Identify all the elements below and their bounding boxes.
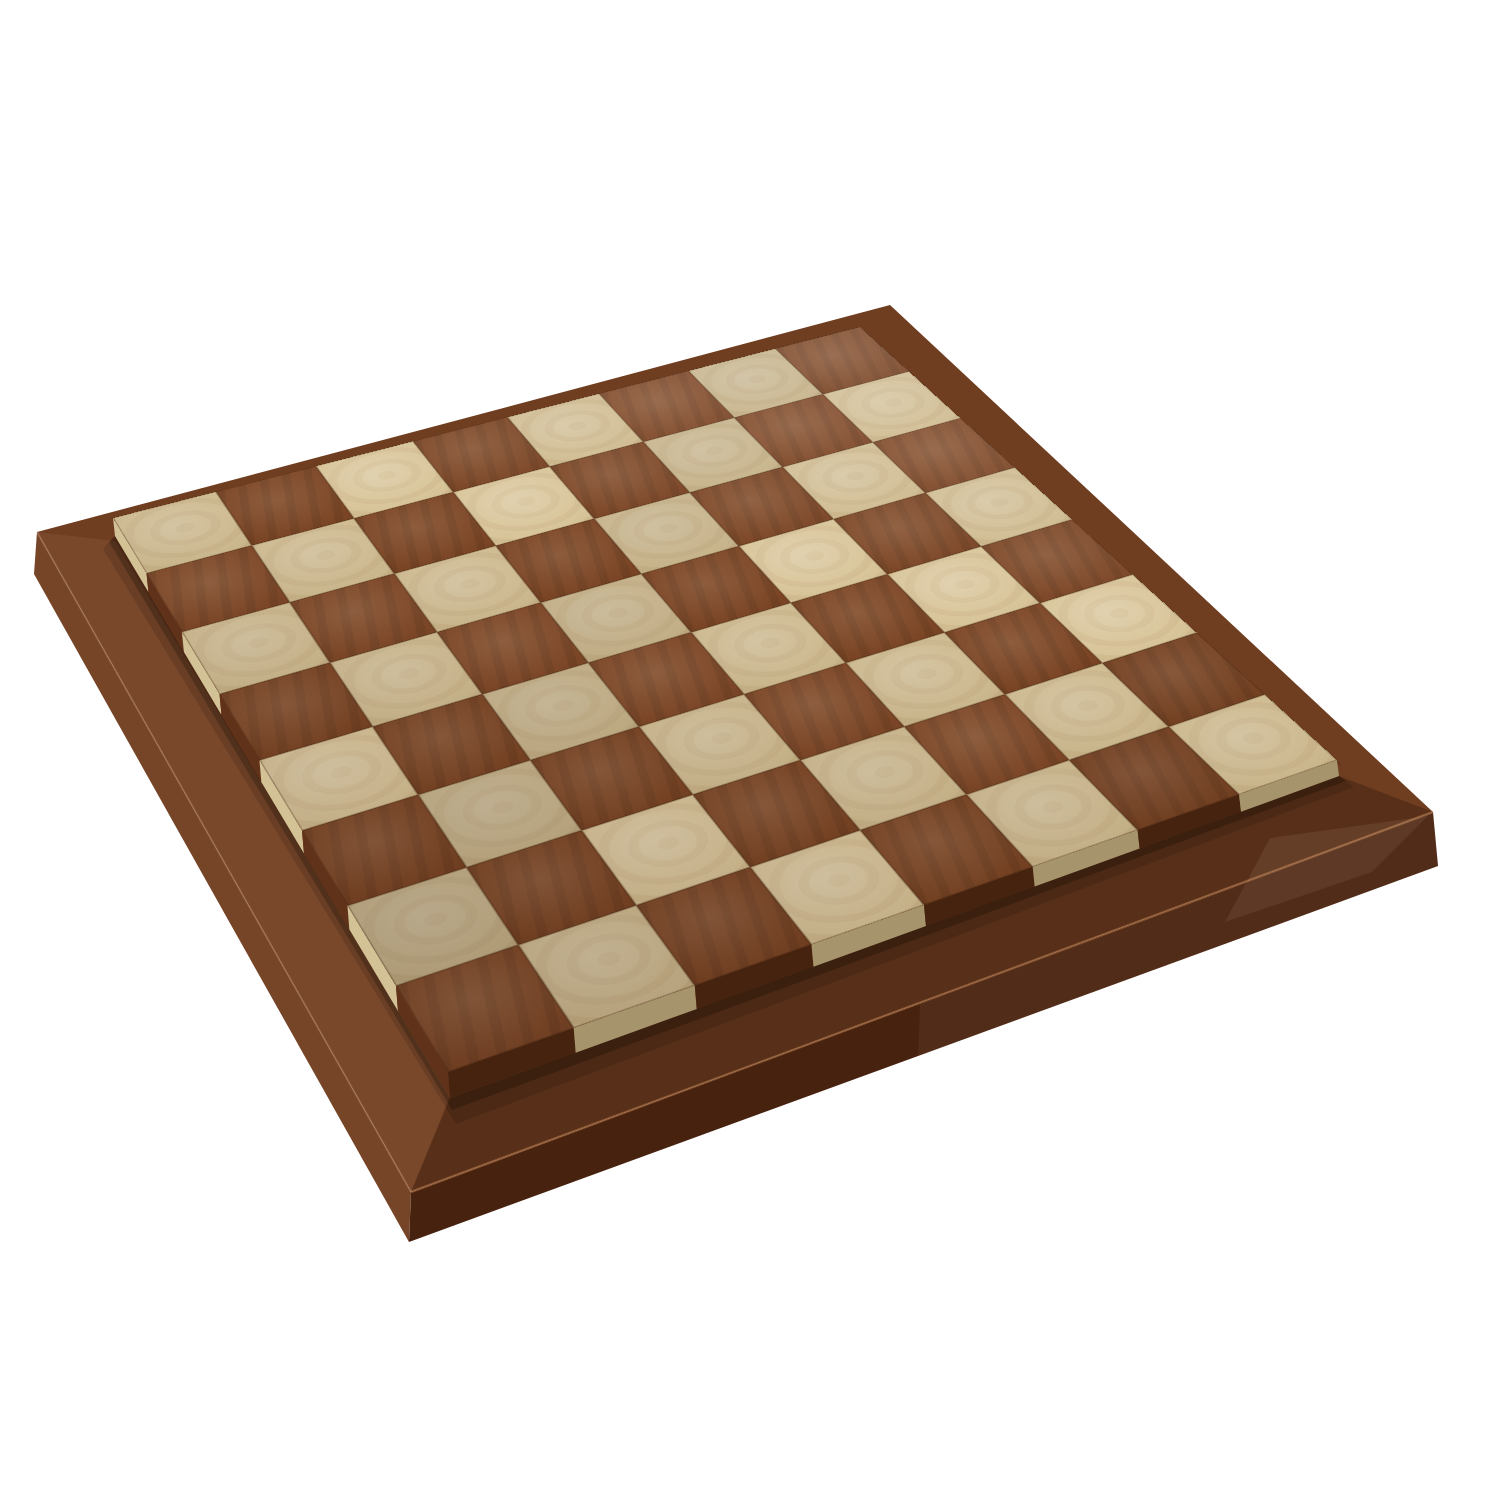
chessboard-scene: [0, 0, 1500, 1500]
